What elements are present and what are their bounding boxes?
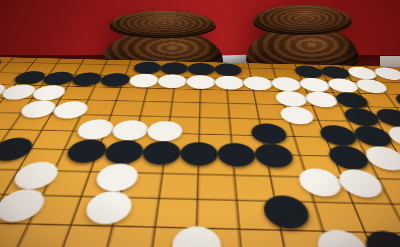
white-stone: ● <box>184 74 213 88</box>
board-cell <box>132 162 177 190</box>
black-stone: ● <box>185 62 212 75</box>
board-cell: ● <box>90 161 138 189</box>
board-cell: ● <box>143 119 181 140</box>
board-cell <box>245 104 281 122</box>
board-cell <box>125 189 174 223</box>
white-stone: ● <box>213 74 243 88</box>
white-stone: ● <box>90 161 138 189</box>
board-cell <box>181 102 214 120</box>
black-stone: ● <box>158 61 187 74</box>
board-cell: ● <box>177 140 216 164</box>
white-stone: ● <box>167 223 218 247</box>
board-cell: ● <box>158 61 187 74</box>
go-board: ●●●●●●●●●●●●●●●●●●●●●●●●●●●●●●●●●●●●●●●●… <box>0 57 400 247</box>
black-stone: ● <box>177 140 216 164</box>
black-stone: ● <box>355 227 400 247</box>
board-cell: ● <box>215 141 254 165</box>
board-cell <box>171 190 217 224</box>
board-cell <box>217 224 269 247</box>
board-cell <box>238 63 267 76</box>
board-cell <box>214 121 250 142</box>
board-cell: ● <box>167 223 218 247</box>
board-cell: ● <box>185 62 212 75</box>
board-cell: ● <box>155 73 185 87</box>
board-cell: ● <box>184 74 213 88</box>
black-stone: ● <box>215 141 254 165</box>
board-cell <box>179 120 215 141</box>
board-cell <box>116 222 171 247</box>
board-cell: ● <box>355 227 400 247</box>
board-cell <box>152 86 185 102</box>
black-stone: ● <box>100 138 144 162</box>
board-cell <box>174 163 216 191</box>
board-cell: ● <box>212 62 240 75</box>
go-game-photo: ●●●●●●●●●●●●●●●●●●●●●●●●●●●●●●●●●●●●●●●●… <box>0 0 400 247</box>
black-stone: ● <box>212 62 240 75</box>
board-cell <box>114 101 151 119</box>
board-cell <box>215 164 258 192</box>
board-cell: ● <box>130 60 160 73</box>
board-cell: ● <box>240 75 271 89</box>
board-cell: ● <box>138 139 179 163</box>
black-stone: ● <box>130 60 160 73</box>
board-cell <box>183 87 214 103</box>
board-cell <box>216 191 263 225</box>
board-cell: ● <box>100 138 144 162</box>
board-cell <box>242 89 275 105</box>
board-cell: ● <box>213 74 243 88</box>
board-perspective-wrap: ●●●●●●●●●●●●●●●●●●●●●●●●●●●●●●●●●●●●●●●●… <box>0 0 400 247</box>
board-cell <box>213 88 244 104</box>
board-cell <box>148 102 183 120</box>
white-stone: ● <box>143 119 181 140</box>
board-cell <box>214 103 248 121</box>
white-stone: ● <box>155 73 185 87</box>
white-stone: ● <box>108 118 148 139</box>
white-stone: ● <box>240 75 271 89</box>
board-cell: ● <box>126 72 158 86</box>
white-stone: ● <box>126 72 158 86</box>
black-stone: ● <box>138 139 179 163</box>
board-cell <box>120 86 154 102</box>
board-cell: ● <box>108 118 148 139</box>
